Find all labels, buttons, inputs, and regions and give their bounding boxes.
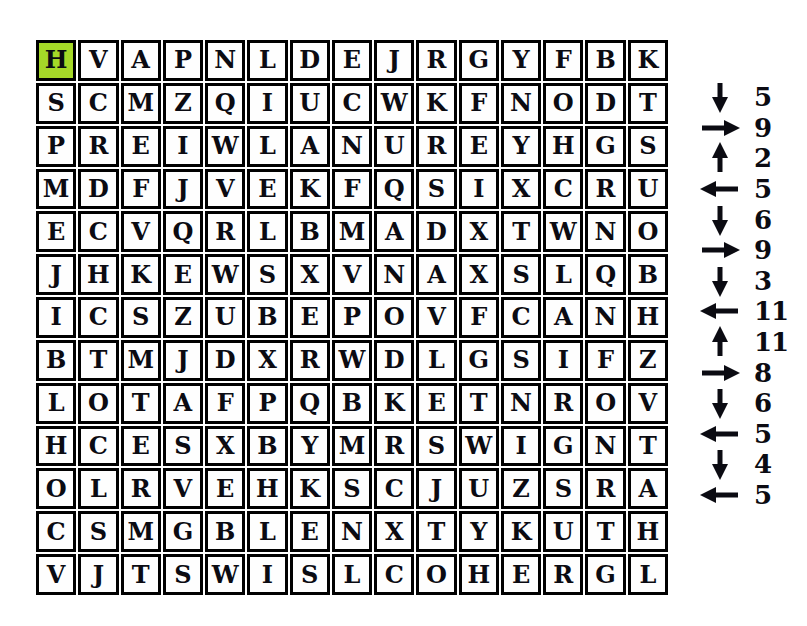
grid-cell[interactable]: M bbox=[332, 211, 372, 252]
grid-cell[interactable]: M bbox=[332, 426, 372, 467]
grid-cell[interactable]: X bbox=[459, 211, 499, 252]
grid-cell[interactable]: S bbox=[332, 468, 372, 509]
grid-cell[interactable]: U bbox=[374, 126, 414, 167]
grid-cell[interactable]: E bbox=[205, 468, 245, 509]
grid-cell[interactable]: A bbox=[416, 254, 456, 295]
grid-cell[interactable]: B bbox=[628, 254, 668, 295]
grid-cell[interactable]: S bbox=[501, 340, 541, 381]
grid-cell[interactable]: M bbox=[121, 511, 161, 552]
grid-cell[interactable]: W bbox=[332, 340, 372, 381]
grid-cell[interactable]: L bbox=[247, 40, 287, 81]
grid-cell[interactable]: E bbox=[459, 126, 499, 167]
grid-cell[interactable]: A bbox=[290, 126, 330, 167]
grid-cell[interactable]: R bbox=[121, 468, 161, 509]
grid-cell[interactable]: C bbox=[374, 468, 414, 509]
grid-cell[interactable]: I bbox=[459, 169, 499, 210]
grid-cell[interactable]: D bbox=[78, 169, 118, 210]
move-clue: 5 bbox=[696, 480, 788, 511]
grid-cell[interactable]: C bbox=[374, 554, 414, 595]
start-cell[interactable]: H bbox=[36, 40, 76, 81]
grid-cell[interactable]: T bbox=[628, 426, 668, 467]
grid-cell[interactable]: I bbox=[163, 126, 203, 167]
grid-cell[interactable]: G bbox=[163, 511, 203, 552]
moves-list: 5925693111186545 bbox=[696, 82, 788, 510]
grid-cell[interactable]: L bbox=[36, 383, 76, 424]
grid-cell[interactable]: H bbox=[36, 426, 76, 467]
grid-cell[interactable]: G bbox=[543, 426, 583, 467]
grid-cell[interactable]: B bbox=[332, 383, 372, 424]
move-clue: 6 bbox=[696, 388, 788, 419]
grid-cell[interactable]: O bbox=[585, 383, 625, 424]
grid-cell[interactable]: C bbox=[78, 83, 118, 124]
grid-cell[interactable]: A bbox=[121, 40, 161, 81]
grid-cell[interactable]: W bbox=[205, 126, 245, 167]
grid-cell[interactable]: O bbox=[628, 211, 668, 252]
grid-cell[interactable]: S bbox=[416, 169, 456, 210]
grid-cell[interactable]: U bbox=[290, 83, 330, 124]
grid-cell[interactable]: P bbox=[163, 40, 203, 81]
grid-cell[interactable]: G bbox=[459, 340, 499, 381]
grid-cell[interactable]: A bbox=[543, 297, 583, 338]
grid-cell[interactable]: V bbox=[416, 297, 456, 338]
move-clue: 5 bbox=[696, 419, 788, 450]
arrow-right-icon bbox=[696, 240, 744, 260]
grid-cell[interactable]: F bbox=[205, 383, 245, 424]
grid-cell[interactable]: S bbox=[121, 297, 161, 338]
grid-cell[interactable]: G bbox=[585, 126, 625, 167]
grid-cell[interactable]: M bbox=[121, 83, 161, 124]
grid-cell[interactable]: L bbox=[247, 211, 287, 252]
grid-cell[interactable]: W bbox=[543, 211, 583, 252]
move-clue: 3 bbox=[696, 266, 788, 297]
grid-cell[interactable]: E bbox=[163, 254, 203, 295]
grid-cell[interactable]: K bbox=[290, 169, 330, 210]
grid-cell[interactable]: V bbox=[121, 211, 161, 252]
grid-cell[interactable]: Y bbox=[459, 511, 499, 552]
grid-cell[interactable]: S bbox=[628, 126, 668, 167]
grid-cell[interactable]: E bbox=[290, 511, 330, 552]
grid-cell[interactable]: D bbox=[205, 340, 245, 381]
grid-cell[interactable]: B bbox=[205, 511, 245, 552]
grid-cell[interactable]: E bbox=[247, 169, 287, 210]
grid-cell[interactable]: R bbox=[205, 211, 245, 252]
grid-cell[interactable]: I bbox=[543, 340, 583, 381]
arrow-left-icon bbox=[696, 424, 744, 444]
grid-cell[interactable]: L bbox=[628, 554, 668, 595]
grid-cell[interactable]: H bbox=[78, 254, 118, 295]
arrow-up-icon bbox=[696, 142, 744, 174]
grid-cell[interactable]: W bbox=[374, 83, 414, 124]
grid-cell[interactable]: Q bbox=[205, 83, 245, 124]
move-clue: 11 bbox=[696, 296, 788, 327]
grid-cell[interactable]: S bbox=[247, 254, 287, 295]
arrow-down-icon bbox=[696, 448, 744, 480]
grid-cell[interactable]: F bbox=[459, 297, 499, 338]
grid-cell[interactable]: F bbox=[585, 340, 625, 381]
grid-cell[interactable]: S bbox=[290, 554, 330, 595]
grid-cell[interactable]: L bbox=[78, 468, 118, 509]
grid-cell[interactable]: T bbox=[121, 383, 161, 424]
grid-cell[interactable]: D bbox=[585, 83, 625, 124]
grid-cell[interactable]: X bbox=[290, 254, 330, 295]
arrow-down-icon bbox=[696, 387, 744, 419]
grid-cell[interactable]: C bbox=[501, 297, 541, 338]
grid-cell[interactable]: K bbox=[374, 383, 414, 424]
grid-cell[interactable]: L bbox=[332, 554, 372, 595]
grid-cell[interactable]: T bbox=[501, 211, 541, 252]
grid-cell[interactable]: O bbox=[374, 297, 414, 338]
grid-cell[interactable]: S bbox=[36, 83, 76, 124]
grid-cell[interactable]: L bbox=[543, 254, 583, 295]
letter-grid: HVAPNLDEJRGYFBKSCMZQIUCWKFNODTPREIWLANUR… bbox=[36, 40, 668, 595]
grid-cell[interactable]: L bbox=[416, 340, 456, 381]
grid-cell[interactable]: D bbox=[416, 211, 456, 252]
arrow-right-icon bbox=[696, 118, 744, 138]
move-clue: 5 bbox=[696, 174, 788, 205]
grid-cell[interactable]: Z bbox=[501, 468, 541, 509]
grid-cell[interactable]: K bbox=[628, 40, 668, 81]
grid-cell[interactable]: R bbox=[78, 126, 118, 167]
grid-cell[interactable]: U bbox=[205, 297, 245, 338]
grid-cell[interactable]: X bbox=[205, 426, 245, 467]
arrow-down-icon bbox=[696, 81, 744, 113]
move-clue: 11 bbox=[696, 327, 788, 358]
grid-cell[interactable]: M bbox=[36, 169, 76, 210]
arrow-down-icon bbox=[696, 204, 744, 236]
grid-cell[interactable]: F bbox=[459, 83, 499, 124]
grid-cell[interactable]: L bbox=[247, 126, 287, 167]
grid-cell[interactable]: V bbox=[628, 383, 668, 424]
grid-cell[interactable]: N bbox=[501, 83, 541, 124]
grid-cell[interactable]: N bbox=[585, 211, 625, 252]
move-steps: 4 bbox=[754, 449, 771, 479]
move-clue: 5 bbox=[696, 82, 788, 113]
grid-cell[interactable]: S bbox=[501, 254, 541, 295]
grid-cell[interactable]: N bbox=[205, 40, 245, 81]
arrow-up-icon bbox=[696, 326, 744, 358]
grid-cell[interactable]: S bbox=[163, 426, 203, 467]
move-steps: 5 bbox=[754, 174, 771, 204]
move-steps: 9 bbox=[754, 113, 771, 143]
grid-cell[interactable]: Y bbox=[501, 126, 541, 167]
grid-cell[interactable]: I bbox=[36, 297, 76, 338]
grid-cell[interactable]: Z bbox=[163, 83, 203, 124]
move-steps: 2 bbox=[754, 143, 771, 173]
grid-cell[interactable]: I bbox=[247, 83, 287, 124]
grid-cell[interactable]: Y bbox=[290, 426, 330, 467]
grid-cell[interactable]: S bbox=[543, 468, 583, 509]
move-clue: 9 bbox=[696, 113, 788, 144]
grid-cell[interactable]: O bbox=[543, 83, 583, 124]
grid-cell[interactable]: T bbox=[416, 511, 456, 552]
grid-cell[interactable]: B bbox=[247, 297, 287, 338]
grid-cell[interactable]: O bbox=[36, 468, 76, 509]
grid-cell[interactable]: J bbox=[163, 169, 203, 210]
grid-cell[interactable]: N bbox=[585, 297, 625, 338]
grid-cell[interactable]: R bbox=[543, 383, 583, 424]
grid-cell[interactable]: A bbox=[628, 468, 668, 509]
grid-cell[interactable]: A bbox=[374, 211, 414, 252]
grid-cell[interactable]: H bbox=[628, 511, 668, 552]
grid-cell[interactable]: B bbox=[36, 340, 76, 381]
puzzle-page: HVAPNLDEJRGYFBKSCMZQIUCWKFNODTPREIWLANUR… bbox=[0, 0, 807, 626]
grid-cell[interactable]: L bbox=[247, 511, 287, 552]
grid-cell[interactable]: I bbox=[501, 426, 541, 467]
grid-cell[interactable]: H bbox=[543, 126, 583, 167]
grid-cell[interactable]: O bbox=[416, 554, 456, 595]
grid-cell[interactable]: K bbox=[501, 511, 541, 552]
grid-cell[interactable]: R bbox=[585, 169, 625, 210]
move-clue: 2 bbox=[696, 143, 788, 174]
grid-cell[interactable]: B bbox=[290, 211, 330, 252]
grid-cell[interactable]: Q bbox=[374, 169, 414, 210]
grid-cell[interactable]: K bbox=[121, 254, 161, 295]
grid-cell[interactable]: A bbox=[163, 383, 203, 424]
grid-cell[interactable]: X bbox=[501, 169, 541, 210]
move-steps: 8 bbox=[754, 358, 771, 388]
grid-cell[interactable]: R bbox=[585, 468, 625, 509]
grid-cell[interactable]: T bbox=[121, 554, 161, 595]
grid-cell[interactable]: P bbox=[247, 383, 287, 424]
arrow-down-icon bbox=[696, 265, 744, 297]
move-steps: 9 bbox=[754, 235, 771, 265]
grid-cell[interactable]: F bbox=[121, 169, 161, 210]
arrow-left-icon bbox=[696, 179, 744, 199]
grid-cell[interactable]: Y bbox=[501, 40, 541, 81]
grid-cell[interactable]: D bbox=[374, 340, 414, 381]
move-steps: 6 bbox=[754, 388, 771, 418]
grid-cell[interactable]: E bbox=[332, 40, 372, 81]
grid-cell[interactable]: S bbox=[416, 426, 456, 467]
grid-cell[interactable]: Q bbox=[163, 211, 203, 252]
grid-cell[interactable]: P bbox=[332, 297, 372, 338]
move-steps: 5 bbox=[754, 82, 771, 112]
move-steps: 5 bbox=[754, 419, 771, 449]
grid-cell[interactable]: J bbox=[36, 254, 76, 295]
grid-cell[interactable]: U bbox=[459, 468, 499, 509]
move-clue: 9 bbox=[696, 235, 788, 266]
grid-cell[interactable]: G bbox=[459, 40, 499, 81]
grid-cell[interactable]: K bbox=[290, 468, 330, 509]
grid-cell[interactable]: I bbox=[247, 554, 287, 595]
move-steps: 6 bbox=[754, 205, 771, 235]
arrow-left-icon bbox=[696, 301, 744, 321]
grid-cell[interactable]: W bbox=[459, 426, 499, 467]
grid-cell[interactable]: M bbox=[121, 340, 161, 381]
grid-cell[interactable]: C bbox=[36, 511, 76, 552]
grid-cell[interactable]: J bbox=[78, 554, 118, 595]
grid-cell[interactable]: P bbox=[36, 126, 76, 167]
grid-cell[interactable]: E bbox=[501, 554, 541, 595]
grid-cell[interactable]: R bbox=[416, 40, 456, 81]
grid-cell[interactable]: E bbox=[416, 383, 456, 424]
grid-cell[interactable]: N bbox=[332, 511, 372, 552]
grid-cell[interactable]: U bbox=[628, 169, 668, 210]
grid-cell[interactable]: G bbox=[585, 554, 625, 595]
grid-cell[interactable]: N bbox=[374, 254, 414, 295]
grid-cell[interactable]: Q bbox=[290, 383, 330, 424]
grid-cell[interactable]: F bbox=[332, 169, 372, 210]
grid-cell[interactable]: Q bbox=[585, 254, 625, 295]
grid-cell[interactable]: X bbox=[374, 511, 414, 552]
arrow-right-icon bbox=[696, 363, 744, 383]
grid-cell[interactable]: R bbox=[290, 340, 330, 381]
grid-cell[interactable]: J bbox=[163, 340, 203, 381]
grid-cell[interactable]: E bbox=[290, 297, 330, 338]
move-steps: 3 bbox=[754, 266, 771, 296]
grid-cell[interactable]: T bbox=[585, 511, 625, 552]
grid-cell[interactable]: S bbox=[78, 511, 118, 552]
grid-cell[interactable]: C bbox=[332, 83, 372, 124]
grid-cell[interactable]: N bbox=[501, 383, 541, 424]
grid-cell[interactable]: K bbox=[416, 83, 456, 124]
arrow-left-icon bbox=[696, 485, 744, 505]
grid-cell[interactable]: N bbox=[585, 426, 625, 467]
grid-cell[interactable]: T bbox=[459, 383, 499, 424]
grid-cell[interactable]: X bbox=[247, 340, 287, 381]
grid-cell[interactable]: V bbox=[205, 169, 245, 210]
grid-cell[interactable]: O bbox=[78, 383, 118, 424]
move-clue: 4 bbox=[696, 449, 788, 480]
grid-cell[interactable]: T bbox=[628, 83, 668, 124]
grid-cell[interactable]: Z bbox=[628, 340, 668, 381]
grid-cell[interactable]: T bbox=[78, 340, 118, 381]
grid-cell[interactable]: E bbox=[36, 211, 76, 252]
grid-cell[interactable]: R bbox=[543, 554, 583, 595]
move-steps: 11 bbox=[754, 327, 788, 357]
grid-cell[interactable]: C bbox=[78, 426, 118, 467]
grid-cell[interactable]: W bbox=[205, 554, 245, 595]
grid-cell[interactable]: V bbox=[78, 40, 118, 81]
grid-cell[interactable]: C bbox=[543, 169, 583, 210]
grid-cell[interactable]: D bbox=[290, 40, 330, 81]
grid-cell[interactable]: U bbox=[543, 511, 583, 552]
move-steps: 5 bbox=[754, 480, 771, 510]
grid-cell[interactable]: B bbox=[585, 40, 625, 81]
grid-cell[interactable]: Z bbox=[163, 297, 203, 338]
grid-cell[interactable]: H bbox=[459, 554, 499, 595]
grid-cell[interactable]: C bbox=[78, 211, 118, 252]
grid-cell[interactable]: H bbox=[247, 468, 287, 509]
grid-cell[interactable]: N bbox=[332, 126, 372, 167]
move-steps: 11 bbox=[754, 296, 788, 326]
grid-cell[interactable]: V bbox=[332, 254, 372, 295]
grid-cell[interactable]: W bbox=[205, 254, 245, 295]
grid-cell[interactable]: E bbox=[121, 126, 161, 167]
grid-cell[interactable]: V bbox=[36, 554, 76, 595]
grid-cell[interactable]: R bbox=[416, 126, 456, 167]
grid-cell[interactable]: E bbox=[121, 426, 161, 467]
grid-cell[interactable]: H bbox=[628, 297, 668, 338]
grid-cell[interactable]: S bbox=[163, 554, 203, 595]
grid-cell[interactable]: F bbox=[543, 40, 583, 81]
grid-cell[interactable]: V bbox=[163, 468, 203, 509]
move-clue: 6 bbox=[696, 204, 788, 235]
move-clue: 8 bbox=[696, 357, 788, 388]
grid-cell[interactable]: R bbox=[374, 426, 414, 467]
grid-cell[interactable]: X bbox=[459, 254, 499, 295]
grid-cell[interactable]: C bbox=[78, 297, 118, 338]
grid-cell[interactable]: J bbox=[416, 468, 456, 509]
grid-cell[interactable]: B bbox=[247, 426, 287, 467]
grid-cell[interactable]: J bbox=[374, 40, 414, 81]
